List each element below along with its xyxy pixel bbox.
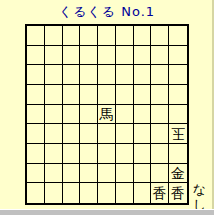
board-cell [134,65,152,85]
board-cell [45,26,63,46]
board-cell [151,65,169,85]
board-cell [151,164,169,184]
board-cell [27,85,45,105]
board-cell [151,46,169,66]
board-cell: 馬 [98,105,116,125]
board-cell [27,46,45,66]
board-cell [116,65,134,85]
board-cell [98,26,116,46]
board-cell [134,124,152,144]
board-cell [45,105,63,125]
board-cell [80,144,98,164]
board-cell [45,46,63,66]
board-cell [134,85,152,105]
window-bottom-edge [0,209,214,215]
board-cell [116,85,134,105]
board-cell [80,105,98,125]
board-cell [27,105,45,125]
board-cell [63,183,81,203]
board-cell: 香 [151,183,169,203]
board-cell [169,105,187,125]
board-cell [116,144,134,164]
hand-pieces-label: なし [190,174,206,212]
board-cell: 香 [169,183,187,203]
board-cell [116,124,134,144]
board-cell [63,124,81,144]
hand-pieces-text: なし [192,174,207,206]
board-cell [80,164,98,184]
board-cell [80,46,98,66]
board-cell [151,85,169,105]
piece-gote-king: 玉 [171,127,185,141]
page: { "title": "くるくる No.1", "game": "shogi",… [0,0,214,215]
piece-lance: 香 [171,186,185,200]
board-cell [98,124,116,144]
board-cell [98,164,116,184]
board-cell [45,65,63,85]
board-cell [45,164,63,184]
board-cell [27,164,45,184]
board-cell [98,85,116,105]
board-cell [169,144,187,164]
board-cell [134,183,152,203]
board-cell [116,183,134,203]
board-cell [45,85,63,105]
board-cell [63,144,81,164]
shogi-board: 馬玉金香香 [25,24,189,205]
board-cell [151,124,169,144]
board-cell [151,144,169,164]
board-cell [134,144,152,164]
board-cell [116,164,134,184]
board-cell [27,26,45,46]
board-cell [169,85,187,105]
piece-gold: 金 [171,166,185,180]
board-cell [80,85,98,105]
board-cell [151,26,169,46]
board-cell [80,183,98,203]
board-cell [27,124,45,144]
board-cell [134,164,152,184]
board-cell [45,144,63,164]
board-cell [63,65,81,85]
board-cell [63,85,81,105]
board-cell [27,65,45,85]
board-cell [80,26,98,46]
board-cell [169,65,187,85]
board-cell [98,183,116,203]
board-cell [116,105,134,125]
board-cell [45,183,63,203]
board-cell [27,144,45,164]
board-cell: 玉 [169,124,187,144]
board-cell [116,46,134,66]
board-cell [27,183,45,203]
piece-promoted-bishop: 馬 [99,107,113,121]
window-right-edge [212,0,214,215]
board-cell [63,164,81,184]
board-cell [63,26,81,46]
board-cell [98,144,116,164]
board-cell [80,65,98,85]
board-cell: 金 [169,164,187,184]
page-title: くるくる No.1 [0,3,214,21]
piece-lance: 香 [153,186,167,200]
board-cell [134,46,152,66]
board-cell [98,65,116,85]
board-cell [45,124,63,144]
board-cell [169,26,187,46]
board-cell [134,26,152,46]
board-cell [63,46,81,66]
board-cell [116,26,134,46]
board-cell [80,124,98,144]
board-cell [98,46,116,66]
board-cell [169,46,187,66]
board-cell [151,105,169,125]
board-cell [134,105,152,125]
board-cell [63,105,81,125]
